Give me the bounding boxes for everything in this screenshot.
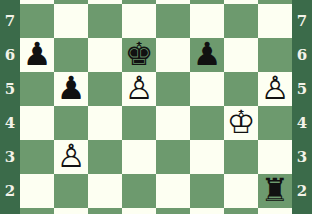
rank-label-right-5: 5 bbox=[292, 72, 312, 106]
square-f1[interactable] bbox=[190, 208, 224, 214]
square-h6[interactable] bbox=[258, 38, 292, 72]
square-e7[interactable] bbox=[156, 4, 190, 38]
rank-label-left-5: 5 bbox=[0, 72, 20, 106]
square-e4[interactable] bbox=[156, 106, 190, 140]
square-a1[interactable] bbox=[20, 208, 54, 214]
square-b6[interactable] bbox=[54, 38, 88, 72]
square-c7[interactable] bbox=[88, 4, 122, 38]
piece-black-pawn[interactable]: ♟ bbox=[23, 38, 52, 70]
piece-white-pawn[interactable]: ♙ bbox=[57, 140, 86, 172]
square-b7[interactable] bbox=[54, 4, 88, 38]
square-g1[interactable] bbox=[224, 208, 258, 214]
piece-white-pawn[interactable]: ♙ bbox=[261, 72, 290, 104]
piece-black-pawn[interactable]: ♟ bbox=[193, 38, 222, 70]
chess-board-diagram: ♟♚♟♟♙♙♔♙♜ 765432 765432 bbox=[0, 0, 312, 214]
square-d5[interactable]: ♙ bbox=[122, 72, 156, 106]
rank-label-right-4: 4 bbox=[292, 106, 312, 140]
rank-label-left-2: 2 bbox=[0, 174, 20, 208]
rank-label-left-7: 7 bbox=[0, 4, 20, 38]
square-f3[interactable] bbox=[190, 140, 224, 174]
square-d7[interactable] bbox=[122, 4, 156, 38]
square-c4[interactable] bbox=[88, 106, 122, 140]
piece-white-pawn[interactable]: ♙ bbox=[125, 72, 154, 104]
square-a5[interactable] bbox=[20, 72, 54, 106]
square-f2[interactable] bbox=[190, 174, 224, 208]
square-c3[interactable] bbox=[88, 140, 122, 174]
square-c1[interactable] bbox=[88, 208, 122, 214]
rank-label-right-6: 6 bbox=[292, 38, 312, 72]
square-f4[interactable] bbox=[190, 106, 224, 140]
piece-black-rook[interactable]: ♜ bbox=[261, 174, 290, 206]
chess-board: ♟♚♟♟♙♙♔♙♜ bbox=[20, 0, 292, 214]
piece-black-king[interactable]: ♚ bbox=[125, 38, 154, 70]
square-e1[interactable] bbox=[156, 208, 190, 214]
rank-label-right-3: 3 bbox=[292, 140, 312, 174]
square-h5[interactable]: ♙ bbox=[258, 72, 292, 106]
square-h2[interactable]: ♜ bbox=[258, 174, 292, 208]
square-h4[interactable] bbox=[258, 106, 292, 140]
piece-black-pawn[interactable]: ♟ bbox=[57, 72, 86, 104]
square-a7[interactable] bbox=[20, 4, 54, 38]
rank-label-left-6: 6 bbox=[0, 38, 20, 72]
square-e5[interactable] bbox=[156, 72, 190, 106]
square-d6[interactable]: ♚ bbox=[122, 38, 156, 72]
square-d3[interactable] bbox=[122, 140, 156, 174]
square-a4[interactable] bbox=[20, 106, 54, 140]
square-e2[interactable] bbox=[156, 174, 190, 208]
square-b2[interactable] bbox=[54, 174, 88, 208]
square-d1[interactable] bbox=[122, 208, 156, 214]
square-e3[interactable] bbox=[156, 140, 190, 174]
square-b5[interactable]: ♟ bbox=[54, 72, 88, 106]
square-b1[interactable] bbox=[54, 208, 88, 214]
square-d4[interactable] bbox=[122, 106, 156, 140]
square-d2[interactable] bbox=[122, 174, 156, 208]
square-g4[interactable]: ♔ bbox=[224, 106, 258, 140]
square-f5[interactable] bbox=[190, 72, 224, 106]
square-c2[interactable] bbox=[88, 174, 122, 208]
square-e6[interactable] bbox=[156, 38, 190, 72]
square-g7[interactable] bbox=[224, 4, 258, 38]
square-a6[interactable]: ♟ bbox=[20, 38, 54, 72]
square-g3[interactable] bbox=[224, 140, 258, 174]
rank-label-right-7: 7 bbox=[292, 4, 312, 38]
square-c6[interactable] bbox=[88, 38, 122, 72]
square-h7[interactable] bbox=[258, 4, 292, 38]
square-a3[interactable] bbox=[20, 140, 54, 174]
rank-label-right-2: 2 bbox=[292, 174, 312, 208]
square-h3[interactable] bbox=[258, 140, 292, 174]
square-f7[interactable] bbox=[190, 4, 224, 38]
square-b3[interactable]: ♙ bbox=[54, 140, 88, 174]
rank-label-left-3: 3 bbox=[0, 140, 20, 174]
piece-white-king[interactable]: ♔ bbox=[227, 106, 256, 138]
square-g6[interactable] bbox=[224, 38, 258, 72]
square-f6[interactable]: ♟ bbox=[190, 38, 224, 72]
square-g2[interactable] bbox=[224, 174, 258, 208]
square-c5[interactable] bbox=[88, 72, 122, 106]
rank-label-left-4: 4 bbox=[0, 106, 20, 140]
square-a2[interactable] bbox=[20, 174, 54, 208]
square-g5[interactable] bbox=[224, 72, 258, 106]
square-b4[interactable] bbox=[54, 106, 88, 140]
